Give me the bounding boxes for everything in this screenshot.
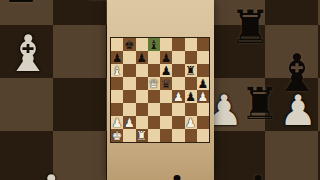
background-black-rook-right: ♜ <box>240 82 279 126</box>
background-white-pawn-right-edge: ♟ <box>279 90 317 132</box>
square-h3 <box>197 103 209 116</box>
white-pawn-f4: ♟ <box>173 91 184 103</box>
square-a8 <box>111 38 123 51</box>
square-c7: ♟ <box>136 51 148 64</box>
square-d1 <box>148 129 160 142</box>
square-g5 <box>185 77 197 90</box>
square-d7 <box>148 51 160 64</box>
square-c4 <box>136 90 148 103</box>
chess-board: ♚♝♟♟♟♝♟♜♛♛♟♟♟♟♟♟♟♚♜ <box>110 37 210 143</box>
black-queen-e5: ♛ <box>161 78 172 90</box>
square-a3 <box>111 103 123 116</box>
white-rook-c1: ♜ <box>136 130 147 142</box>
square-e1 <box>160 129 172 142</box>
square-f3 <box>172 103 184 116</box>
square-h8 <box>197 38 209 51</box>
square-e7: ♟ <box>160 51 172 64</box>
square-c8 <box>136 38 148 51</box>
black-pawn-a7: ♟ <box>112 52 123 64</box>
black-pawn-c7: ♟ <box>136 52 147 64</box>
square-f2 <box>172 116 184 129</box>
square-d4 <box>148 90 160 103</box>
square-b1 <box>123 129 135 142</box>
square-h2 <box>197 116 209 129</box>
black-pawn-e6: ♟ <box>161 65 172 77</box>
background-white-bishop-fragment-bottom: ♝ <box>29 169 74 180</box>
square-a4 <box>111 90 123 103</box>
black-king-b8: ♚ <box>124 39 135 51</box>
square-d2 <box>148 116 160 129</box>
square-e4 <box>160 90 172 103</box>
square-b8: ♚ <box>123 38 135 51</box>
square-h1 <box>197 129 209 142</box>
square-a1: ♚ <box>111 129 123 142</box>
square-d6 <box>148 64 160 77</box>
white-pawn-b2: ♟ <box>124 117 135 129</box>
square-c6 <box>136 64 148 77</box>
square-c5 <box>136 77 148 90</box>
square-b7 <box>123 51 135 64</box>
background-black-rook-top-right: ♜ <box>229 4 270 50</box>
square-a6: ♝ <box>111 64 123 77</box>
square-h4: ♟ <box>197 90 209 103</box>
square-e5: ♛ <box>160 77 172 90</box>
black-pawn-e7: ♟ <box>161 52 172 64</box>
video-strip: ♚♝♟♟♟♝♟♜♛♛♟♟♟♟♟♟♟♚♜ ♟ <box>107 0 214 180</box>
square-g6: ♜ <box>185 64 197 77</box>
black-rook-g6: ♜ <box>185 65 196 77</box>
square-f4: ♟ <box>172 90 184 103</box>
square-c2 <box>136 116 148 129</box>
white-pawn-a2: ♟ <box>112 117 123 129</box>
square-f1 <box>172 129 184 142</box>
square-g3 <box>185 103 197 116</box>
square-b4 <box>123 90 135 103</box>
square-g8 <box>185 38 197 51</box>
white-queen-d5: ♛ <box>148 78 159 90</box>
background-white-bishop-large: ♝ <box>6 29 51 79</box>
background-black-pawn-fragment-bottom-right: ♟ <box>238 170 277 180</box>
black-pawn-g4: ♟ <box>185 91 196 103</box>
square-f5 <box>172 77 184 90</box>
square-e3 <box>160 103 172 116</box>
black-bishop-d8: ♝ <box>148 39 159 51</box>
square-f6 <box>172 64 184 77</box>
square-f7 <box>172 51 184 64</box>
square-d3 <box>148 103 160 116</box>
square-b6 <box>123 64 135 77</box>
square-a2: ♟ <box>111 116 123 129</box>
white-king-a1: ♚ <box>112 130 123 142</box>
square-g4: ♟ <box>185 90 197 103</box>
background-black-piece-fragment-top-left: ♟ <box>3 0 39 8</box>
square-e2 <box>160 116 172 129</box>
square-c3 <box>136 103 148 116</box>
white-pawn-h4: ♟ <box>197 91 208 103</box>
white-pawn-g2: ♟ <box>185 117 196 129</box>
square-a7: ♟ <box>111 51 123 64</box>
square-f8 <box>172 38 184 51</box>
video-frame[interactable]: ♟♟♝♝♜♝♜♟♟♟ ♚♝♟♟♟♝♟♜♛♛♟♟♟♟♟♟♟♚♜ ♟ <box>0 0 320 180</box>
square-d8: ♝ <box>148 38 160 51</box>
square-e6: ♟ <box>160 64 172 77</box>
white-bishop-a6: ♝ <box>112 65 123 77</box>
square-g1 <box>185 129 197 142</box>
square-b2: ♟ <box>123 116 135 129</box>
black-pawn-h5: ♟ <box>197 78 208 90</box>
square-h7 <box>197 51 209 64</box>
square-b3 <box>123 103 135 116</box>
background-black-pawn-fragment-bottom-center: ♟ <box>157 170 196 180</box>
square-e8 <box>160 38 172 51</box>
square-g7 <box>185 51 197 64</box>
square-h5: ♟ <box>197 77 209 90</box>
square-b5 <box>123 77 135 90</box>
square-a5 <box>111 77 123 90</box>
square-g2: ♟ <box>185 116 197 129</box>
square-d5: ♛ <box>148 77 160 90</box>
square-h6 <box>197 64 209 77</box>
square-c1: ♜ <box>136 129 148 142</box>
